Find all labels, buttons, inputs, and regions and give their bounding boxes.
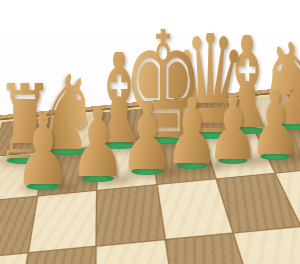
chess-set-photo: ♜♟♞♟♝♟♚♟♛♟♝♟♞ (0, 0, 300, 264)
square-e1 (98, 108, 149, 146)
board-plane (0, 84, 300, 264)
square-g1 (0, 117, 50, 156)
carved-board-frame (0, 84, 300, 264)
square-g4 (0, 254, 27, 264)
board-perspective-area (0, 84, 300, 264)
square-f2 (38, 147, 97, 195)
square-d1 (146, 104, 202, 142)
chessboard (0, 90, 300, 264)
square-e2 (98, 142, 156, 189)
square-f1 (45, 113, 97, 152)
square-c4 (234, 227, 300, 264)
square-f3 (29, 191, 97, 253)
square-e3 (97, 185, 164, 246)
